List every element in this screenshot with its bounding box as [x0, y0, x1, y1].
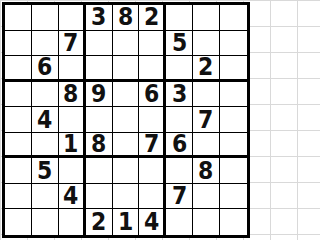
given-digit: 7 — [172, 184, 187, 209]
cell-r1c4[interactable]: 3 — [86, 5, 113, 31]
cell-r3c8[interactable]: 2 — [193, 56, 220, 82]
given-digit: 2 — [198, 56, 213, 80]
cell-r9c5[interactable]: 1 — [113, 209, 140, 235]
cell-r6c5[interactable] — [113, 133, 140, 159]
cell-r1c2[interactable] — [32, 5, 59, 31]
cell-r2c2[interactable] — [32, 31, 59, 57]
cell-r1c8[interactable] — [193, 5, 220, 31]
cell-r8c7[interactable]: 7 — [166, 184, 193, 210]
cell-r1c9[interactable] — [220, 5, 247, 31]
cell-r3c1[interactable] — [5, 56, 32, 82]
cell-r4c7[interactable]: 3 — [166, 82, 193, 108]
cell-r7c2[interactable]: 5 — [32, 158, 59, 184]
cell-r9c9[interactable] — [220, 209, 247, 235]
cell-r8c9[interactable] — [220, 184, 247, 210]
cell-r1c3[interactable] — [59, 5, 86, 31]
cell-r4c3[interactable]: 8 — [59, 82, 86, 108]
given-digit: 4 — [144, 209, 159, 235]
cell-r9c1[interactable] — [5, 209, 32, 235]
cell-r9c6[interactable]: 4 — [139, 209, 166, 235]
given-digit: 7 — [63, 31, 78, 56]
cell-r5c8[interactable]: 7 — [193, 107, 220, 133]
cell-r6c8[interactable] — [193, 133, 220, 159]
sudoku-board: 382756289634718765847214 — [2, 2, 250, 238]
cell-r5c6[interactable] — [139, 107, 166, 133]
cell-r9c2[interactable] — [32, 209, 59, 235]
cell-r8c1[interactable] — [5, 184, 32, 210]
cell-r2c6[interactable] — [139, 31, 166, 57]
given-digit: 5 — [37, 158, 52, 183]
cell-r2c9[interactable] — [220, 31, 247, 57]
given-digit: 6 — [144, 82, 159, 107]
given-digit: 6 — [172, 133, 187, 157]
cell-r2c7[interactable]: 5 — [166, 31, 193, 57]
cell-r6c3[interactable]: 1 — [59, 133, 86, 159]
cell-r4c2[interactable] — [32, 82, 59, 108]
given-digit: 4 — [63, 184, 78, 209]
cell-r4c1[interactable] — [5, 82, 32, 108]
cell-r7c7[interactable] — [166, 158, 193, 184]
cell-r2c8[interactable] — [193, 31, 220, 57]
cell-r7c5[interactable] — [113, 158, 140, 184]
cell-r2c4[interactable] — [86, 31, 113, 57]
cell-r9c3[interactable] — [59, 209, 86, 235]
given-digit: 8 — [91, 133, 106, 157]
cell-r8c3[interactable]: 4 — [59, 184, 86, 210]
cell-r2c1[interactable] — [5, 31, 32, 57]
cell-r8c2[interactable] — [32, 184, 59, 210]
cell-r4c5[interactable] — [113, 82, 140, 108]
cell-r1c6[interactable]: 2 — [139, 5, 166, 31]
given-digit: 3 — [91, 5, 106, 30]
cell-r5c1[interactable] — [5, 107, 32, 133]
given-digit: 2 — [144, 5, 159, 30]
cell-r5c5[interactable] — [113, 107, 140, 133]
cell-r6c1[interactable] — [5, 133, 32, 159]
cell-r5c2[interactable]: 4 — [32, 107, 59, 133]
cell-r3c6[interactable] — [139, 56, 166, 82]
cell-r2c3[interactable]: 7 — [59, 31, 86, 57]
cell-r3c7[interactable] — [166, 56, 193, 82]
given-digit: 9 — [91, 82, 106, 107]
cell-r9c7[interactable] — [166, 209, 193, 235]
cell-r5c9[interactable] — [220, 107, 247, 133]
given-digit: 2 — [91, 209, 106, 235]
cell-r6c4[interactable]: 8 — [86, 133, 113, 159]
given-digit: 8 — [118, 5, 133, 30]
cell-r5c3[interactable] — [59, 107, 86, 133]
cell-r8c4[interactable] — [86, 184, 113, 210]
cell-r8c5[interactable] — [113, 184, 140, 210]
given-digit: 7 — [144, 133, 159, 157]
cell-r1c5[interactable]: 8 — [113, 5, 140, 31]
cell-r2c5[interactable] — [113, 31, 140, 57]
given-digit: 8 — [198, 158, 213, 183]
given-digit: 6 — [37, 56, 52, 80]
cell-r9c4[interactable]: 2 — [86, 209, 113, 235]
cell-r3c2[interactable]: 6 — [32, 56, 59, 82]
given-digit: 1 — [63, 133, 78, 157]
cell-r6c9[interactable] — [220, 133, 247, 159]
given-digit: 5 — [172, 31, 187, 56]
cell-r6c6[interactable]: 7 — [139, 133, 166, 159]
cell-r3c9[interactable] — [220, 56, 247, 82]
cell-r7c4[interactable] — [86, 158, 113, 184]
cell-r1c1[interactable] — [5, 5, 32, 31]
page: { "game": "sudoku", "position": "...382.… — [0, 0, 252, 240]
given-digit: 7 — [198, 107, 213, 132]
cell-r5c7[interactable] — [166, 107, 193, 133]
cell-r8c6[interactable] — [139, 184, 166, 210]
given-digit: 3 — [172, 82, 187, 107]
cell-r7c1[interactable] — [5, 158, 32, 184]
cell-r7c9[interactable] — [220, 158, 247, 184]
cell-r3c4[interactable] — [86, 56, 113, 82]
given-digit: 4 — [37, 107, 52, 132]
cell-r3c5[interactable] — [113, 56, 140, 82]
cell-r7c8[interactable]: 8 — [193, 158, 220, 184]
cell-r9c8[interactable] — [193, 209, 220, 235]
cell-r3c3[interactable] — [59, 56, 86, 82]
cell-r4c9[interactable] — [220, 82, 247, 108]
cell-r7c6[interactable] — [139, 158, 166, 184]
cell-r6c7[interactable]: 6 — [166, 133, 193, 159]
cell-r7c3[interactable] — [59, 158, 86, 184]
cell-r4c4[interactable]: 9 — [86, 82, 113, 108]
given-digit: 8 — [63, 82, 78, 107]
cell-r8c8[interactable] — [193, 184, 220, 210]
cell-r4c8[interactable] — [193, 82, 220, 108]
cell-r4c6[interactable]: 6 — [139, 82, 166, 108]
cell-r6c2[interactable] — [32, 133, 59, 159]
cell-r1c7[interactable] — [166, 5, 193, 31]
cell-r5c4[interactable] — [86, 107, 113, 133]
given-digit: 1 — [118, 209, 133, 235]
